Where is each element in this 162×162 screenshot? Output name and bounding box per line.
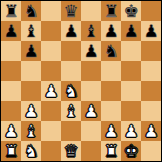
piece-black-pawn[interactable]: ♟ <box>83 41 98 61</box>
square-e8[interactable] <box>81 1 101 21</box>
square-c4[interactable]: ♟ <box>41 81 61 101</box>
piece-white-pawn[interactable]: ♟ <box>43 81 58 101</box>
piece-black-rook[interactable]: ♜ <box>3 1 18 21</box>
square-d6[interactable] <box>61 41 81 61</box>
square-c1[interactable] <box>41 141 61 161</box>
square-e1[interactable] <box>81 141 101 161</box>
square-b3[interactable]: ♟ <box>21 101 41 121</box>
piece-white-king[interactable]: ♚ <box>123 141 138 161</box>
square-c6[interactable] <box>41 41 61 61</box>
piece-black-bishop[interactable]: ♝ <box>23 21 38 41</box>
square-b8[interactable]: ♞ <box>21 1 41 21</box>
piece-white-knight[interactable]: ♞ <box>23 141 38 161</box>
square-g4[interactable] <box>121 81 141 101</box>
square-h4[interactable] <box>141 81 161 101</box>
square-c8[interactable] <box>41 1 61 21</box>
square-d7[interactable]: ♟ <box>61 21 81 41</box>
piece-black-pawn[interactable]: ♟ <box>3 21 18 41</box>
piece-white-rook[interactable]: ♜ <box>3 141 18 161</box>
square-c7[interactable] <box>41 21 61 41</box>
piece-white-pawn[interactable]: ♟ <box>3 121 18 141</box>
square-f7[interactable]: ♟ <box>101 21 121 41</box>
square-g2[interactable]: ♟ <box>121 121 141 141</box>
square-h3[interactable] <box>141 101 161 121</box>
square-g5[interactable] <box>121 61 141 81</box>
square-f3[interactable] <box>101 101 121 121</box>
square-g1[interactable]: ♚ <box>121 141 141 161</box>
square-h5[interactable] <box>141 61 161 81</box>
square-e7[interactable]: ♝ <box>81 21 101 41</box>
square-b7[interactable]: ♝ <box>21 21 41 41</box>
square-f4[interactable] <box>101 81 121 101</box>
piece-black-pawn[interactable]: ♟ <box>143 21 158 41</box>
piece-white-queen[interactable]: ♛ <box>63 141 78 161</box>
square-a7[interactable]: ♟ <box>1 21 21 41</box>
square-h7[interactable]: ♟ <box>141 21 161 41</box>
square-b2[interactable]: ♝ <box>21 121 41 141</box>
piece-black-bishop[interactable]: ♝ <box>83 21 98 41</box>
piece-black-pawn[interactable]: ♟ <box>63 21 78 41</box>
piece-black-knight[interactable]: ♞ <box>23 1 38 21</box>
piece-black-pawn[interactable]: ♟ <box>103 21 118 41</box>
square-e2[interactable] <box>81 121 101 141</box>
piece-white-pawn[interactable]: ♟ <box>23 101 38 121</box>
square-b5[interactable] <box>21 61 41 81</box>
piece-black-rook[interactable]: ♜ <box>103 1 118 21</box>
square-g3[interactable] <box>121 101 141 121</box>
square-h6[interactable] <box>141 41 161 61</box>
square-g7[interactable]: ♟ <box>121 21 141 41</box>
square-g6[interactable] <box>121 41 141 61</box>
square-c3[interactable] <box>41 101 61 121</box>
square-d8[interactable]: ♛ <box>61 1 81 21</box>
square-e6[interactable]: ♟ <box>81 41 101 61</box>
piece-white-pawn[interactable]: ♟ <box>123 121 138 141</box>
square-e3[interactable]: ♟ <box>81 101 101 121</box>
piece-white-pawn[interactable]: ♟ <box>103 121 118 141</box>
square-h1[interactable] <box>141 141 161 161</box>
square-c2[interactable] <box>41 121 61 141</box>
square-d2[interactable] <box>61 121 81 141</box>
square-a3[interactable] <box>1 101 21 121</box>
piece-black-pawn[interactable]: ♟ <box>123 21 138 41</box>
square-d5[interactable] <box>61 61 81 81</box>
square-f6[interactable]: ♞ <box>101 41 121 61</box>
piece-black-king[interactable]: ♚ <box>123 1 138 21</box>
piece-black-queen[interactable]: ♛ <box>63 1 78 21</box>
square-f1[interactable]: ♜ <box>101 141 121 161</box>
square-f2[interactable]: ♟ <box>101 121 121 141</box>
square-b6[interactable]: ♟ <box>21 41 41 61</box>
square-a4[interactable] <box>1 81 21 101</box>
chess-board: ♜♞♛♜♚♟♝♟♝♟♟♟♟♟♞♟♞♟♝♟♟♝♟♟♟♜♞♛♜♚ <box>0 0 162 162</box>
piece-black-pawn[interactable]: ♟ <box>23 41 38 61</box>
piece-white-pawn[interactable]: ♟ <box>143 121 158 141</box>
square-b1[interactable]: ♞ <box>21 141 41 161</box>
square-e5[interactable] <box>81 61 101 81</box>
square-e4[interactable] <box>81 81 101 101</box>
square-c5[interactable] <box>41 61 61 81</box>
square-d4[interactable]: ♞ <box>61 81 81 101</box>
square-a2[interactable]: ♟ <box>1 121 21 141</box>
square-f8[interactable]: ♜ <box>101 1 121 21</box>
piece-white-rook[interactable]: ♜ <box>103 141 118 161</box>
square-a8[interactable]: ♜ <box>1 1 21 21</box>
square-a6[interactable] <box>1 41 21 61</box>
piece-white-bishop[interactable]: ♝ <box>23 121 38 141</box>
piece-white-knight[interactable]: ♞ <box>63 81 78 101</box>
square-a5[interactable] <box>1 61 21 81</box>
piece-white-bishop[interactable]: ♝ <box>63 101 78 121</box>
square-d1[interactable]: ♛ <box>61 141 81 161</box>
piece-white-pawn[interactable]: ♟ <box>83 101 98 121</box>
square-a1[interactable]: ♜ <box>1 141 21 161</box>
square-b4[interactable] <box>21 81 41 101</box>
square-f5[interactable] <box>101 61 121 81</box>
piece-black-knight[interactable]: ♞ <box>103 41 118 61</box>
square-g8[interactable]: ♚ <box>121 1 141 21</box>
square-d3[interactable]: ♝ <box>61 101 81 121</box>
square-h2[interactable]: ♟ <box>141 121 161 141</box>
square-h8[interactable] <box>141 1 161 21</box>
